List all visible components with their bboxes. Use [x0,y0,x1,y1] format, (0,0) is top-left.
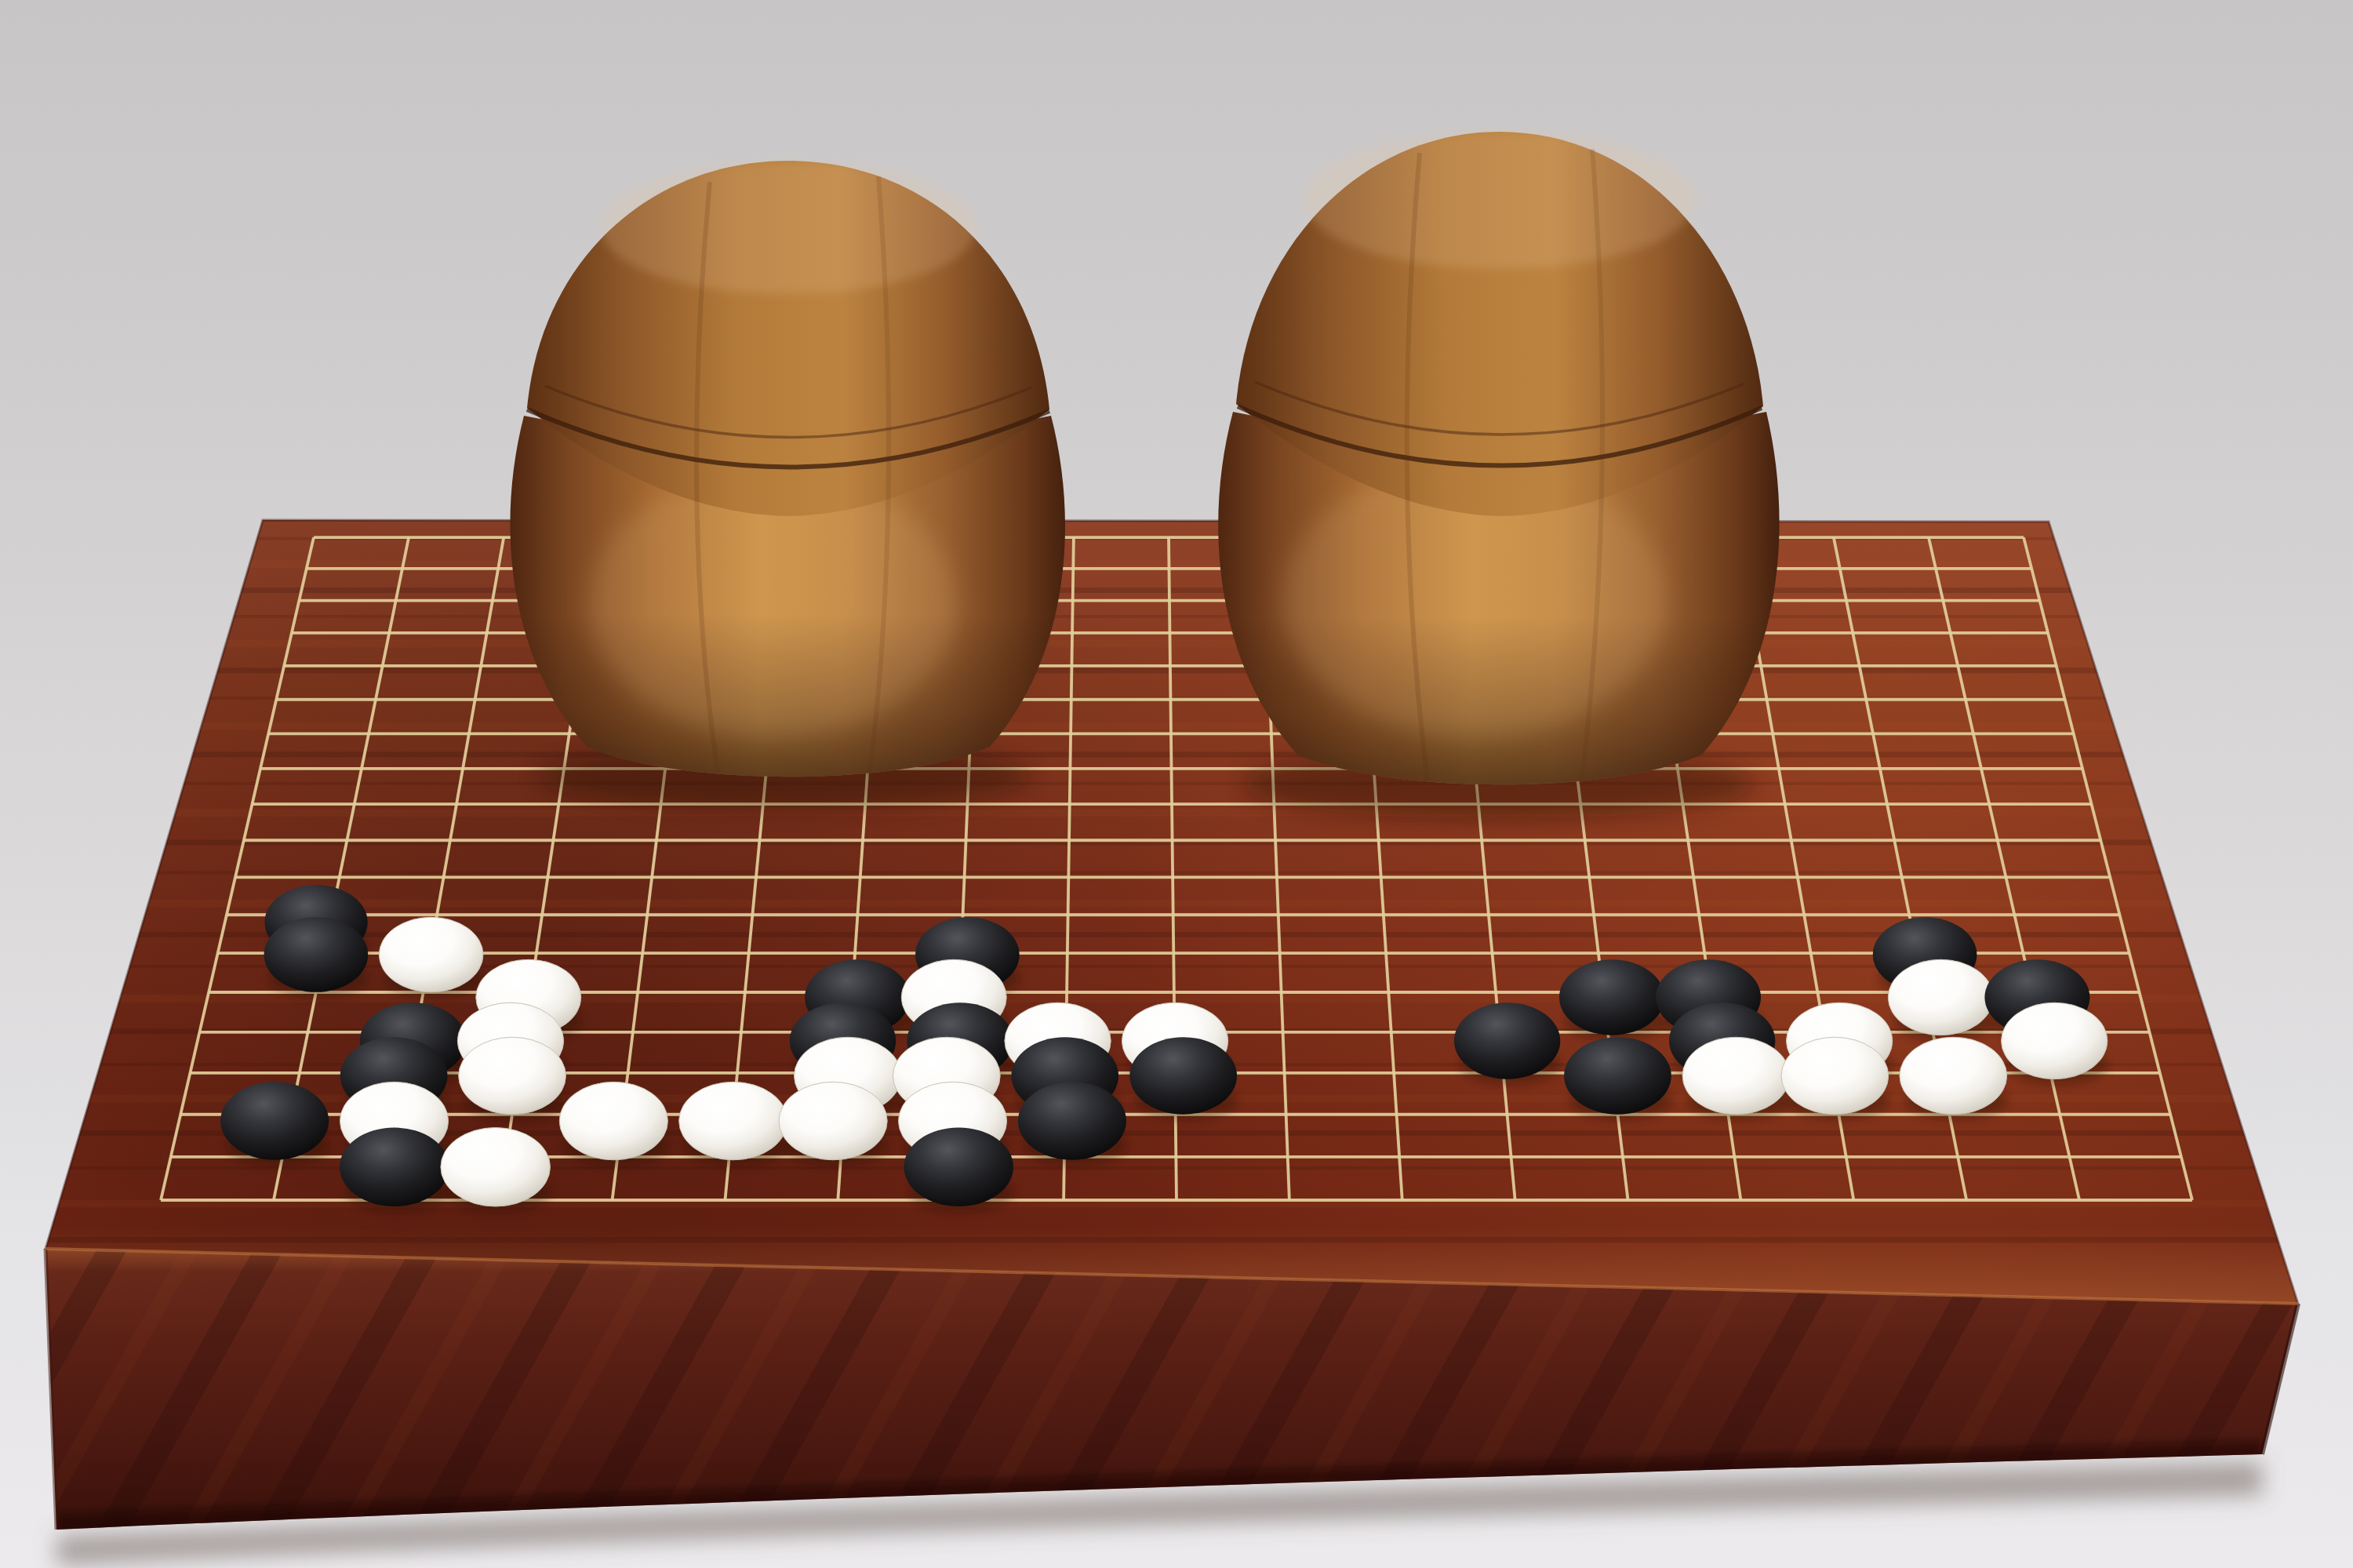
stone-black [264,917,369,992]
stone-black [220,1082,329,1159]
stone-white [1900,1037,2007,1114]
stone-white [679,1082,787,1159]
stone-white [1682,1037,1790,1114]
stone-black [1454,1002,1560,1079]
scene-canvas [0,0,2353,1568]
stone-black [1018,1082,1126,1159]
stone-white [1888,959,1993,1035]
stone-white [379,917,483,992]
stone-white [779,1082,887,1159]
stone-white [559,1082,667,1159]
left-bowl-lid-sheen [600,161,976,294]
stone-black [1559,959,1664,1035]
stone-white [459,1037,566,1114]
stone-black [340,1128,449,1206]
stone-white [1781,1037,1889,1114]
go-board-photo [0,0,2353,1568]
stone-white [441,1128,551,1206]
stone-white [2002,1002,2108,1079]
stone-black [1564,1037,1671,1114]
right-bowl-lid-sheen [1304,131,1696,269]
stone-black [904,1128,1013,1206]
left-bowl [510,161,1065,777]
stone-black [1129,1037,1237,1114]
